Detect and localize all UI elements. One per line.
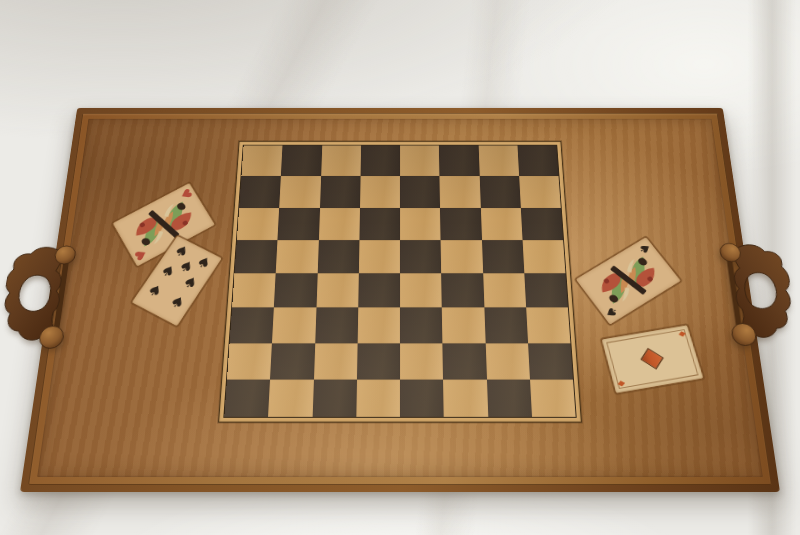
board-square-a3 (230, 308, 274, 343)
board-square-f4 (441, 273, 484, 307)
board-square-a8 (241, 145, 282, 176)
board-square-a4 (232, 273, 276, 307)
board-square-d8 (360, 145, 400, 176)
board-square-d2 (357, 343, 400, 379)
spade-pip: ♠ (167, 293, 187, 312)
board-square-e2 (400, 343, 443, 379)
board-square-c1 (312, 379, 357, 417)
board-square-a2 (227, 343, 272, 379)
board-square-f1 (443, 379, 488, 417)
court-figure (584, 244, 673, 317)
board-square-d7 (360, 176, 400, 207)
board-square-c2 (313, 343, 357, 379)
board-square-h4 (524, 273, 568, 307)
photo-scene: ♥ ♥ (0, 0, 800, 535)
board-square-h2 (528, 343, 573, 379)
board-square-d6 (359, 208, 400, 240)
board-square-f2 (443, 343, 487, 379)
board-square-g6 (480, 208, 522, 240)
board-square-e5 (400, 240, 441, 273)
spade-pip: ♠ (181, 273, 201, 292)
board-square-c8 (321, 145, 361, 176)
board-square-a6 (237, 208, 280, 240)
games-tray: ♥ ♥ (20, 108, 780, 492)
board-square-c6 (318, 208, 359, 240)
board-square-c4 (316, 273, 359, 307)
board-grid (223, 145, 576, 418)
board-square-b4 (274, 273, 317, 307)
board-square-e1 (400, 379, 444, 417)
board-square-b2 (270, 343, 315, 379)
spade-pip: ♠ (194, 254, 214, 272)
board-square-h3 (526, 308, 570, 343)
board-square-d5 (359, 240, 400, 273)
tray-molded-rim: ♥ ♥ (28, 113, 772, 485)
board-square-e6 (400, 208, 441, 240)
board-square-b8 (281, 145, 322, 176)
board-square-a1 (224, 379, 270, 417)
left-handle (0, 241, 81, 352)
card-ace-of-diamonds: ♦ ♦ (601, 324, 705, 394)
right-handle (712, 239, 800, 350)
board-square-c7 (320, 176, 361, 207)
board-square-b6 (278, 208, 320, 240)
board-square-e7 (400, 176, 440, 207)
card-jack-of-spades: ♠ ♠ (575, 236, 682, 326)
tray-wood-surface: ♥ ♥ (37, 119, 763, 477)
board-square-h1 (530, 379, 576, 417)
diamond-lozenge-inlay (640, 348, 663, 370)
board-square-g4 (483, 273, 526, 307)
diamond-pip: ♦ (616, 378, 629, 389)
board-square-e4 (400, 273, 442, 307)
checkerboard (218, 141, 582, 423)
handle-knob (719, 243, 742, 261)
handle-knob (54, 246, 77, 264)
board-square-f5 (441, 240, 483, 273)
board-square-g8 (478, 145, 519, 176)
board-square-g5 (482, 240, 525, 273)
board-square-b1 (268, 379, 313, 417)
board-square-b5 (276, 240, 319, 273)
board-square-g1 (487, 379, 532, 417)
board-square-f7 (440, 176, 481, 207)
board-square-f8 (439, 145, 479, 176)
board-square-h7 (519, 176, 561, 207)
board-square-f6 (440, 208, 481, 240)
spade-pip: ♠ (145, 281, 165, 300)
board-square-b3 (272, 308, 316, 343)
board-square-b7 (279, 176, 320, 207)
board-square-d4 (358, 273, 400, 307)
board-square-a7 (239, 176, 281, 207)
board-square-h6 (521, 208, 564, 240)
diamond-pip: ♦ (675, 329, 688, 339)
board-square-f3 (442, 308, 485, 343)
board-square-e8 (400, 145, 440, 176)
board-square-d1 (356, 379, 400, 417)
board-square-g7 (479, 176, 520, 207)
board-square-c3 (315, 308, 358, 343)
board-square-h5 (522, 240, 565, 273)
board-square-g2 (485, 343, 530, 379)
board-square-e3 (400, 308, 443, 343)
board-square-h8 (517, 145, 558, 176)
board-square-d3 (357, 308, 400, 343)
board-square-c5 (317, 240, 359, 273)
board-square-g3 (484, 308, 528, 343)
board-square-a5 (235, 240, 278, 273)
